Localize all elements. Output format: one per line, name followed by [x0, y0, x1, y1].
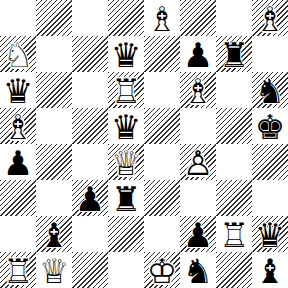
square-d8[interactable] [108, 0, 144, 36]
white-bishop-h8[interactable]: ♝♗ [252, 0, 288, 36]
black-piece-glyph: ♛ [108, 36, 144, 72]
square-d5[interactable]: ♛ [108, 108, 144, 144]
white-pawn-f4[interactable]: ♟♙ [180, 144, 216, 180]
chess-board: ♝♗♝♗♞♘♛♟♜♛♜♖♝♗♞♝♗♛♚♟♛♕♟♙♟♜♝♟♜♖♛♜♖♛♕♚♔♞♝ [0, 0, 288, 288]
square-d6[interactable]: ♜♖ [108, 72, 144, 108]
white-queen-b1[interactable]: ♛♕ [36, 252, 72, 288]
black-piece-glyph: ♜ [216, 36, 252, 72]
square-b1[interactable]: ♛♕ [36, 252, 72, 288]
square-a8[interactable] [0, 0, 36, 36]
white-piece-outline: ♙ [180, 144, 216, 180]
square-b5[interactable] [36, 108, 72, 144]
square-a2[interactable] [0, 216, 36, 252]
white-piece-outline: ♔ [144, 252, 180, 288]
black-pawn-a4[interactable]: ♟ [0, 144, 36, 180]
square-d1[interactable] [108, 252, 144, 288]
black-piece-glyph: ♚ [252, 108, 288, 144]
square-f5[interactable] [180, 108, 216, 144]
square-a3[interactable] [0, 180, 36, 216]
square-g7[interactable]: ♜ [216, 36, 252, 72]
black-piece-glyph: ♛ [108, 108, 144, 144]
square-c2[interactable] [72, 216, 108, 252]
square-b2[interactable]: ♝ [36, 216, 72, 252]
white-piece-outline: ♗ [180, 72, 216, 108]
square-h8[interactable]: ♝♗ [252, 0, 288, 36]
black-bishop-b2[interactable]: ♝ [36, 216, 72, 252]
black-pawn-f2[interactable]: ♟ [180, 216, 216, 252]
black-queen-h2[interactable]: ♛ [252, 216, 288, 252]
square-h7[interactable] [252, 36, 288, 72]
black-piece-glyph: ♟ [180, 216, 216, 252]
white-bishop-a5[interactable]: ♝♗ [0, 108, 36, 144]
square-h2[interactable]: ♛ [252, 216, 288, 252]
square-d3[interactable]: ♜ [108, 180, 144, 216]
square-c6[interactable] [72, 72, 108, 108]
square-e3[interactable] [144, 180, 180, 216]
white-piece-outline: ♖ [108, 72, 144, 108]
white-rook-g2[interactable]: ♜♖ [216, 216, 252, 252]
square-b8[interactable] [36, 0, 72, 36]
black-rook-d3[interactable]: ♜ [108, 180, 144, 216]
square-f7[interactable]: ♟ [180, 36, 216, 72]
square-a6[interactable]: ♛ [0, 72, 36, 108]
square-f6[interactable]: ♝♗ [180, 72, 216, 108]
square-g1[interactable] [216, 252, 252, 288]
square-h6[interactable]: ♞ [252, 72, 288, 108]
white-piece-outline: ♕ [108, 144, 144, 180]
black-pawn-f7[interactable]: ♟ [180, 36, 216, 72]
white-piece-outline: ♗ [0, 108, 36, 144]
white-knight-a7[interactable]: ♞♘ [0, 36, 36, 72]
black-bishop-h1[interactable]: ♝ [252, 252, 288, 288]
square-c3[interactable]: ♟ [72, 180, 108, 216]
square-b4[interactable] [36, 144, 72, 180]
square-f2[interactable]: ♟ [180, 216, 216, 252]
square-h5[interactable]: ♚ [252, 108, 288, 144]
square-f8[interactable] [180, 0, 216, 36]
square-e2[interactable] [144, 216, 180, 252]
square-h4[interactable] [252, 144, 288, 180]
square-e6[interactable] [144, 72, 180, 108]
white-rook-d6[interactable]: ♜♖ [108, 72, 144, 108]
square-h1[interactable]: ♝ [252, 252, 288, 288]
square-c5[interactable] [72, 108, 108, 144]
square-c8[interactable] [72, 0, 108, 36]
square-d4[interactable]: ♛♕ [108, 144, 144, 180]
square-a1[interactable]: ♜♖ [0, 252, 36, 288]
black-piece-glyph: ♛ [252, 216, 288, 252]
square-d2[interactable] [108, 216, 144, 252]
black-piece-glyph: ♟ [72, 180, 108, 216]
square-a7[interactable]: ♞♘ [0, 36, 36, 72]
square-c4[interactable] [72, 144, 108, 180]
black-king-h5[interactable]: ♚ [252, 108, 288, 144]
white-king-e1[interactable]: ♚♔ [144, 252, 180, 288]
square-h3[interactable] [252, 180, 288, 216]
white-queen-d4[interactable]: ♛♕ [108, 144, 144, 180]
square-g5[interactable] [216, 108, 252, 144]
white-piece-outline: ♗ [144, 0, 180, 36]
square-a4[interactable]: ♟ [0, 144, 36, 180]
black-knight-f1[interactable]: ♞ [180, 252, 216, 288]
white-piece-outline: ♗ [252, 0, 288, 36]
square-g2[interactable]: ♜♖ [216, 216, 252, 252]
black-queen-a6[interactable]: ♛ [0, 72, 36, 108]
square-f1[interactable]: ♞ [180, 252, 216, 288]
square-c1[interactable] [72, 252, 108, 288]
white-piece-outline: ♖ [0, 252, 36, 288]
square-g6[interactable] [216, 72, 252, 108]
square-b7[interactable] [36, 36, 72, 72]
black-piece-glyph: ♜ [108, 180, 144, 216]
white-bishop-e8[interactable]: ♝♗ [144, 0, 180, 36]
square-b3[interactable] [36, 180, 72, 216]
black-piece-glyph: ♝ [252, 252, 288, 288]
square-g3[interactable] [216, 180, 252, 216]
square-e1[interactable]: ♚♔ [144, 252, 180, 288]
black-piece-glyph: ♟ [180, 36, 216, 72]
black-pawn-c3[interactable]: ♟ [72, 180, 108, 216]
black-piece-glyph: ♛ [0, 72, 36, 108]
square-f4[interactable]: ♟♙ [180, 144, 216, 180]
square-a5[interactable]: ♝♗ [0, 108, 36, 144]
white-piece-outline: ♕ [36, 252, 72, 288]
square-g4[interactable] [216, 144, 252, 180]
black-queen-d7[interactable]: ♛ [108, 36, 144, 72]
square-e5[interactable] [144, 108, 180, 144]
black-piece-glyph: ♞ [252, 72, 288, 108]
white-piece-outline: ♖ [216, 216, 252, 252]
square-e7[interactable] [144, 36, 180, 72]
square-e8[interactable]: ♝♗ [144, 0, 180, 36]
black-rook-g7[interactable]: ♜ [216, 36, 252, 72]
square-b6[interactable] [36, 72, 72, 108]
black-queen-d5[interactable]: ♛ [108, 108, 144, 144]
square-f3[interactable] [180, 180, 216, 216]
black-piece-glyph: ♝ [36, 216, 72, 252]
black-knight-h6[interactable]: ♞ [252, 72, 288, 108]
square-d7[interactable]: ♛ [108, 36, 144, 72]
square-c7[interactable] [72, 36, 108, 72]
white-piece-outline: ♘ [0, 36, 36, 72]
square-e4[interactable] [144, 144, 180, 180]
black-piece-glyph: ♟ [0, 144, 36, 180]
white-bishop-f6[interactable]: ♝♗ [180, 72, 216, 108]
black-piece-glyph: ♞ [180, 252, 216, 288]
square-g8[interactable] [216, 0, 252, 36]
white-rook-a1[interactable]: ♜♖ [0, 252, 36, 288]
